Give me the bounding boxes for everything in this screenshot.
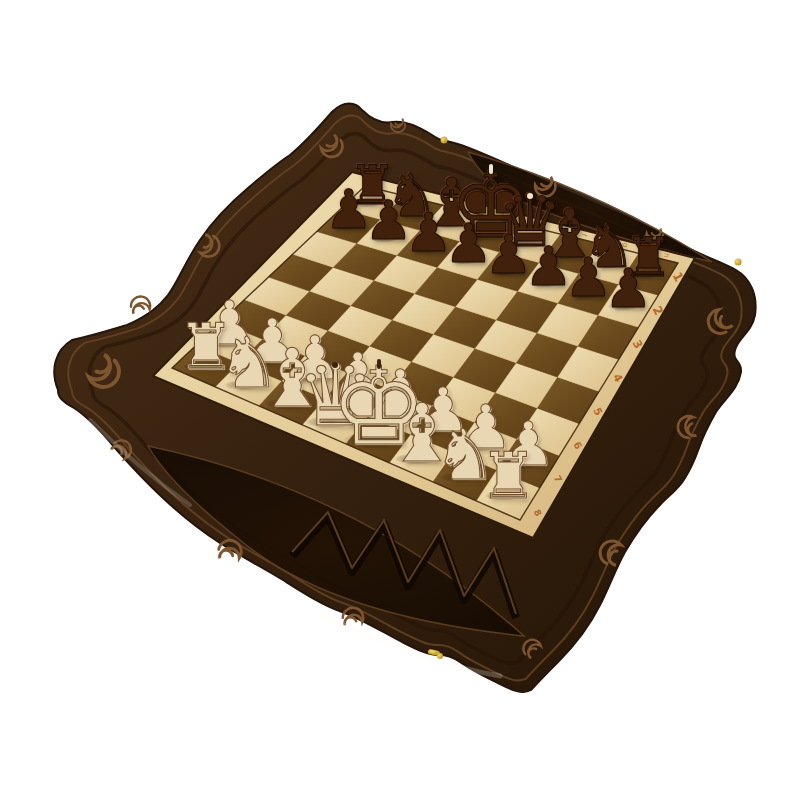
product-photo-stage: 12345678abcdefgh ♜♞♝♛♚♝♞♜♟♟♟♟♟♟♟♟♟♟♟♟♟♟♟… bbox=[0, 0, 800, 800]
brass-clasp-pin bbox=[437, 653, 443, 659]
brass-hinge-right bbox=[735, 259, 742, 266]
brass-hinge-top bbox=[441, 137, 448, 144]
carved-chess-set: 12345678abcdefgh bbox=[0, 0, 800, 800]
